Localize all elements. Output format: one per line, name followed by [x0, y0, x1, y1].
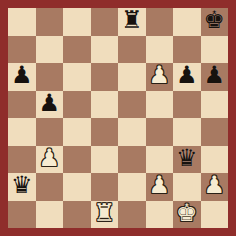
square-f8[interactable]	[146, 8, 174, 36]
piece-white-pawn[interactable]: ♟	[148, 63, 170, 90]
square-h1[interactable]	[201, 201, 229, 229]
square-b8[interactable]	[36, 8, 64, 36]
square-b7[interactable]	[36, 36, 64, 64]
square-b4[interactable]	[36, 118, 64, 146]
square-g2[interactable]	[173, 173, 201, 201]
square-e7[interactable]	[118, 36, 146, 64]
square-a2[interactable]: ♛	[8, 173, 36, 201]
square-d4[interactable]	[91, 118, 119, 146]
piece-black-king[interactable]: ♚	[203, 8, 225, 35]
square-h7[interactable]	[201, 36, 229, 64]
square-c5[interactable]	[63, 91, 91, 119]
square-b6[interactable]	[36, 63, 64, 91]
square-g7[interactable]	[173, 36, 201, 64]
square-e4[interactable]	[118, 118, 146, 146]
square-b1[interactable]	[36, 201, 64, 229]
square-f2[interactable]: ♟	[146, 173, 174, 201]
square-e2[interactable]	[118, 173, 146, 201]
square-c1[interactable]	[63, 201, 91, 229]
square-b2[interactable]	[36, 173, 64, 201]
square-a6[interactable]: ♟	[8, 63, 36, 91]
square-h8[interactable]: ♚	[201, 8, 229, 36]
square-d2[interactable]	[91, 173, 119, 201]
square-h6[interactable]: ♟	[201, 63, 229, 91]
square-e3[interactable]	[118, 146, 146, 174]
square-a5[interactable]	[8, 91, 36, 119]
piece-black-pawn[interactable]: ♟	[38, 91, 60, 118]
square-c4[interactable]	[63, 118, 91, 146]
piece-black-rook[interactable]: ♜	[121, 8, 143, 35]
chess-board: ♜♚♟♟♟♟♟♟♛♛♟♟♜♚	[8, 8, 228, 228]
piece-white-pawn[interactable]: ♟	[148, 173, 170, 200]
square-b3[interactable]: ♟	[36, 146, 64, 174]
square-f4[interactable]	[146, 118, 174, 146]
piece-black-pawn[interactable]: ♟	[176, 63, 198, 90]
square-d3[interactable]	[91, 146, 119, 174]
square-a7[interactable]	[8, 36, 36, 64]
piece-black-pawn[interactable]: ♟	[203, 63, 225, 90]
board-frame: ♜♚♟♟♟♟♟♟♛♛♟♟♜♚	[0, 0, 236, 236]
square-a8[interactable]	[8, 8, 36, 36]
square-g5[interactable]	[173, 91, 201, 119]
square-e1[interactable]	[118, 201, 146, 229]
square-c3[interactable]	[63, 146, 91, 174]
square-f1[interactable]	[146, 201, 174, 229]
square-e8[interactable]: ♜	[118, 8, 146, 36]
piece-white-rook[interactable]: ♜	[93, 201, 115, 228]
square-d6[interactable]	[91, 63, 119, 91]
square-c8[interactable]	[63, 8, 91, 36]
square-g1[interactable]: ♚	[173, 201, 201, 229]
square-b5[interactable]: ♟	[36, 91, 64, 119]
square-g4[interactable]	[173, 118, 201, 146]
square-e6[interactable]	[118, 63, 146, 91]
square-g6[interactable]: ♟	[173, 63, 201, 91]
square-f3[interactable]	[146, 146, 174, 174]
square-c6[interactable]	[63, 63, 91, 91]
square-g3[interactable]: ♛	[173, 146, 201, 174]
square-e5[interactable]	[118, 91, 146, 119]
square-h4[interactable]	[201, 118, 229, 146]
square-a3[interactable]	[8, 146, 36, 174]
square-h5[interactable]	[201, 91, 229, 119]
piece-black-queen[interactable]: ♛	[11, 173, 33, 200]
piece-white-king[interactable]: ♚	[176, 201, 198, 228]
square-d5[interactable]	[91, 91, 119, 119]
square-h2[interactable]: ♟	[201, 173, 229, 201]
square-d1[interactable]: ♜	[91, 201, 119, 229]
square-d7[interactable]	[91, 36, 119, 64]
square-a4[interactable]	[8, 118, 36, 146]
square-f7[interactable]	[146, 36, 174, 64]
square-g8[interactable]	[173, 8, 201, 36]
square-f6[interactable]: ♟	[146, 63, 174, 91]
piece-white-pawn[interactable]: ♟	[38, 146, 60, 173]
piece-black-pawn[interactable]: ♟	[11, 63, 33, 90]
square-a1[interactable]	[8, 201, 36, 229]
square-c7[interactable]	[63, 36, 91, 64]
square-f5[interactable]	[146, 91, 174, 119]
square-c2[interactable]	[63, 173, 91, 201]
square-h3[interactable]	[201, 146, 229, 174]
square-d8[interactable]	[91, 8, 119, 36]
piece-white-pawn[interactable]: ♟	[203, 173, 225, 200]
piece-black-queen[interactable]: ♛	[176, 146, 198, 173]
